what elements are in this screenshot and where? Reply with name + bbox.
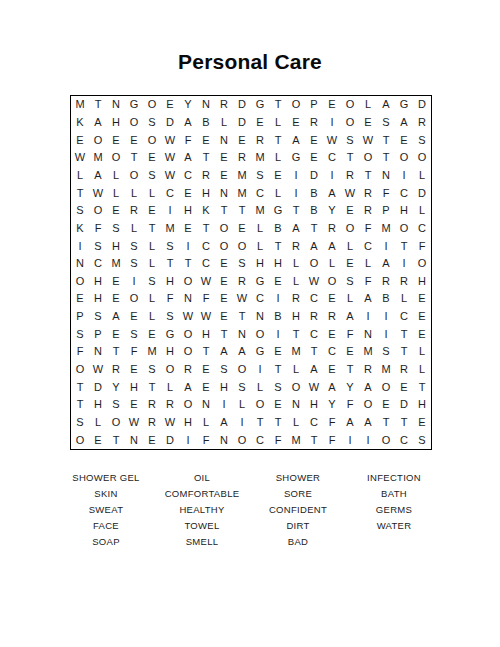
grid-cell: Y bbox=[341, 378, 359, 396]
grid-cell: S bbox=[377, 114, 395, 132]
grid-cell: H bbox=[413, 272, 431, 290]
word-item: INFECTION bbox=[346, 470, 442, 486]
grid-cell: W bbox=[161, 149, 179, 167]
grid-cell: A bbox=[359, 378, 377, 396]
grid-cell: I bbox=[269, 325, 287, 343]
grid-cell: B bbox=[269, 308, 287, 326]
grid-cell: N bbox=[377, 167, 395, 185]
grid-cell: E bbox=[125, 361, 143, 379]
grid-cell: A bbox=[89, 114, 107, 132]
grid-cell: S bbox=[233, 255, 251, 273]
grid-cell: H bbox=[197, 325, 215, 343]
grid-cell: L bbox=[413, 361, 431, 379]
grid-cell: S bbox=[215, 361, 233, 379]
grid-cell: N bbox=[287, 396, 305, 414]
grid-cell: N bbox=[251, 308, 269, 326]
grid-cell: L bbox=[287, 272, 305, 290]
grid-cell: L bbox=[143, 237, 161, 255]
grid-cell: H bbox=[107, 114, 125, 132]
grid-cell: T bbox=[287, 325, 305, 343]
grid-cell: T bbox=[269, 237, 287, 255]
grid-cell: O bbox=[179, 343, 197, 361]
grid-cell: L bbox=[287, 414, 305, 432]
grid-cell: I bbox=[377, 325, 395, 343]
grid-cell: O bbox=[125, 114, 143, 132]
word-item: FACE bbox=[58, 518, 154, 534]
grid-cell: I bbox=[179, 237, 197, 255]
grid-cell: S bbox=[107, 220, 125, 238]
grid-cell: W bbox=[89, 184, 107, 202]
grid-cell: T bbox=[107, 343, 125, 361]
grid-cell: D bbox=[233, 114, 251, 132]
grid-cell: C bbox=[161, 184, 179, 202]
word-item: SKIN bbox=[58, 486, 154, 502]
grid-cell: D bbox=[161, 114, 179, 132]
grid-cell: O bbox=[359, 149, 377, 167]
grid-cell: O bbox=[143, 96, 161, 114]
grid-cell: I bbox=[395, 255, 413, 273]
grid-cell: O bbox=[179, 272, 197, 290]
grid-cell: C bbox=[305, 290, 323, 308]
grid-cell: R bbox=[413, 114, 431, 132]
grid-cell: C bbox=[251, 290, 269, 308]
grid-cell: S bbox=[89, 308, 107, 326]
grid-cell: Y bbox=[107, 378, 125, 396]
grid-cell: E bbox=[179, 184, 197, 202]
grid-cell: G bbox=[161, 325, 179, 343]
grid-cell: A bbox=[323, 184, 341, 202]
grid-cell: I bbox=[179, 431, 197, 449]
word-item: SMELL bbox=[154, 534, 250, 550]
grid-cell: W bbox=[161, 131, 179, 149]
grid-cell: E bbox=[323, 290, 341, 308]
grid-cell: L bbox=[287, 255, 305, 273]
grid-cell: H bbox=[197, 184, 215, 202]
grid-cell: B bbox=[197, 114, 215, 132]
grid-cell: L bbox=[413, 167, 431, 185]
grid-cell: R bbox=[395, 361, 413, 379]
grid-cell: A bbox=[233, 343, 251, 361]
grid-cell: O bbox=[341, 114, 359, 132]
grid-cell: A bbox=[341, 308, 359, 326]
grid-cell: O bbox=[359, 396, 377, 414]
grid-cell: S bbox=[269, 378, 287, 396]
grid-cell: M bbox=[377, 220, 395, 238]
grid-cell: E bbox=[305, 131, 323, 149]
grid-cell: W bbox=[305, 378, 323, 396]
grid-cell: O bbox=[215, 220, 233, 238]
grid-cell: M bbox=[287, 343, 305, 361]
grid-cell: B bbox=[269, 220, 287, 238]
grid-cell: H bbox=[161, 272, 179, 290]
grid-cell: A bbox=[305, 361, 323, 379]
grid-cell: N bbox=[233, 325, 251, 343]
grid-cell: I bbox=[377, 308, 395, 326]
word-item: DIRT bbox=[250, 518, 346, 534]
grid-cell: S bbox=[143, 167, 161, 185]
grid-cell: A bbox=[377, 255, 395, 273]
grid-cell: T bbox=[269, 361, 287, 379]
grid-cell: W bbox=[125, 414, 143, 432]
grid-cell: T bbox=[269, 96, 287, 114]
grid-cell: A bbox=[323, 378, 341, 396]
grid-cell: T bbox=[233, 202, 251, 220]
grid-cell: O bbox=[107, 149, 125, 167]
grid-cell: I bbox=[359, 308, 377, 326]
grid-cell: S bbox=[71, 414, 89, 432]
grid-cell: O bbox=[323, 272, 341, 290]
grid-cell: W bbox=[179, 308, 197, 326]
grid-cell: S bbox=[341, 272, 359, 290]
grid-cell: L bbox=[233, 396, 251, 414]
word-list: SHOWER GELSKINSWEATFACESOAPOILCOMFORTABL… bbox=[58, 470, 442, 550]
grid-cell: T bbox=[71, 378, 89, 396]
grid-cell: L bbox=[323, 255, 341, 273]
grid-cell: N bbox=[359, 325, 377, 343]
word-list-column: INFECTIONBATHGERMSWATER bbox=[346, 470, 442, 550]
grid-cell: T bbox=[107, 431, 125, 449]
grid-cell: T bbox=[395, 237, 413, 255]
grid-cell: F bbox=[197, 290, 215, 308]
grid-cell: O bbox=[287, 378, 305, 396]
grid-cell: S bbox=[161, 237, 179, 255]
grid-cell: O bbox=[125, 167, 143, 185]
word-item: CONFIDENT bbox=[250, 502, 346, 518]
grid-cell: T bbox=[377, 131, 395, 149]
grid-cell: T bbox=[359, 167, 377, 185]
grid-cell: I bbox=[323, 167, 341, 185]
grid-cell: I bbox=[323, 114, 341, 132]
grid-cell: G bbox=[395, 96, 413, 114]
grid-cell: L bbox=[287, 361, 305, 379]
grid-cell: H bbox=[107, 237, 125, 255]
grid-cell: L bbox=[341, 237, 359, 255]
grid-cell: D bbox=[413, 184, 431, 202]
grid-cell: G bbox=[269, 202, 287, 220]
grid-cell: W bbox=[305, 272, 323, 290]
grid-cell: Y bbox=[323, 396, 341, 414]
grid-cell: L bbox=[359, 255, 377, 273]
grid-cell: D bbox=[305, 167, 323, 185]
grid-cell: F bbox=[89, 220, 107, 238]
grid-cell: I bbox=[71, 237, 89, 255]
grid-cell: W bbox=[89, 361, 107, 379]
grid-cell: O bbox=[287, 96, 305, 114]
grid-cell: T bbox=[233, 308, 251, 326]
grid-cell: D bbox=[233, 96, 251, 114]
grid-cell: F bbox=[125, 343, 143, 361]
grid-cell: T bbox=[179, 255, 197, 273]
grid-cell: O bbox=[161, 361, 179, 379]
grid-cell: S bbox=[341, 131, 359, 149]
grid-cell: H bbox=[161, 343, 179, 361]
grid-cell: T bbox=[377, 414, 395, 432]
grid-cell: R bbox=[161, 396, 179, 414]
grid-cell: T bbox=[305, 220, 323, 238]
grid-cell: E bbox=[215, 290, 233, 308]
grid-cell: E bbox=[269, 167, 287, 185]
word-item: SHOWER bbox=[250, 470, 346, 486]
grid-cell: A bbox=[377, 96, 395, 114]
grid-cell: M bbox=[143, 343, 161, 361]
grid-cell: F bbox=[413, 237, 431, 255]
grid-cell: L bbox=[251, 220, 269, 238]
grid-cell: E bbox=[413, 414, 431, 432]
grid-cell: N bbox=[197, 96, 215, 114]
grid-cell: R bbox=[143, 414, 161, 432]
grid-cell: L bbox=[341, 290, 359, 308]
grid-cell: W bbox=[161, 414, 179, 432]
grid-cell: E bbox=[377, 396, 395, 414]
grid-cell: G bbox=[251, 343, 269, 361]
grid-cell: L bbox=[107, 184, 125, 202]
grid-cell: B bbox=[305, 202, 323, 220]
grid-cell: F bbox=[359, 272, 377, 290]
grid-cell: O bbox=[413, 255, 431, 273]
grid-cell: O bbox=[107, 414, 125, 432]
grid-cell: R bbox=[305, 114, 323, 132]
grid-cell: T bbox=[287, 202, 305, 220]
letter-grid: MTNGOEYNRDGTOPEOLAGDKAHOSDABLDELERIOESAR… bbox=[70, 95, 432, 450]
grid-cell: O bbox=[251, 325, 269, 343]
grid-cell: E bbox=[341, 202, 359, 220]
grid-cell: S bbox=[71, 325, 89, 343]
grid-cell: P bbox=[377, 202, 395, 220]
grid-cell: L bbox=[161, 378, 179, 396]
grid-cell: O bbox=[341, 220, 359, 238]
grid-cell: C bbox=[89, 255, 107, 273]
grid-cell: F bbox=[323, 431, 341, 449]
grid-cell: L bbox=[197, 414, 215, 432]
grid-cell: S bbox=[125, 325, 143, 343]
grid-cell: A bbox=[395, 114, 413, 132]
grid-cell: A bbox=[179, 114, 197, 132]
grid-cell: E bbox=[125, 131, 143, 149]
grid-cell: H bbox=[395, 202, 413, 220]
grid-cell: I bbox=[287, 167, 305, 185]
grid-cell: N bbox=[215, 431, 233, 449]
grid-cell: T bbox=[197, 149, 215, 167]
grid-cell: W bbox=[161, 167, 179, 185]
grid-cell: C bbox=[197, 237, 215, 255]
grid-cell: M bbox=[107, 255, 125, 273]
grid-cell: I bbox=[215, 396, 233, 414]
grid-cell: F bbox=[269, 431, 287, 449]
grid-cell: O bbox=[377, 431, 395, 449]
grid-cell: E bbox=[395, 378, 413, 396]
grid-cell: E bbox=[269, 343, 287, 361]
grid-cell: S bbox=[377, 343, 395, 361]
grid-cell: N bbox=[197, 396, 215, 414]
grid-cell: A bbox=[359, 290, 377, 308]
grid-cell: S bbox=[161, 308, 179, 326]
grid-cell: E bbox=[323, 325, 341, 343]
grid-cell: E bbox=[341, 343, 359, 361]
grid-cell: O bbox=[233, 361, 251, 379]
grid-cell: T bbox=[305, 343, 323, 361]
grid-cell: H bbox=[413, 396, 431, 414]
grid-cell: S bbox=[413, 431, 431, 449]
grid-cell: E bbox=[233, 131, 251, 149]
grid-cell: T bbox=[215, 325, 233, 343]
grid-cell: L bbox=[359, 96, 377, 114]
grid-cell: E bbox=[269, 396, 287, 414]
grid-cell: G bbox=[251, 272, 269, 290]
grid-cell: E bbox=[269, 272, 287, 290]
grid-cell: C bbox=[305, 325, 323, 343]
grid-cell: C bbox=[395, 308, 413, 326]
grid-cell: R bbox=[143, 396, 161, 414]
grid-cell: L bbox=[269, 114, 287, 132]
grid-cell: T bbox=[395, 325, 413, 343]
grid-cell: H bbox=[287, 308, 305, 326]
grid-cell: R bbox=[125, 202, 143, 220]
grid-cell: E bbox=[179, 220, 197, 238]
grid-cell: M bbox=[71, 96, 89, 114]
grid-cell: A bbox=[287, 131, 305, 149]
grid-cell: H bbox=[179, 202, 197, 220]
grid-cell: E bbox=[233, 220, 251, 238]
grid-cell: W bbox=[359, 131, 377, 149]
grid-cell: L bbox=[143, 184, 161, 202]
puzzle-title: Personal Care bbox=[0, 50, 500, 74]
grid-cell: T bbox=[395, 414, 413, 432]
word-item: GERMS bbox=[346, 502, 442, 518]
word-list-column: SHOWER GELSKINSWEATFACESOAP bbox=[58, 470, 154, 550]
grid-cell: E bbox=[107, 290, 125, 308]
grid-cell: K bbox=[71, 220, 89, 238]
grid-cell: C bbox=[197, 255, 215, 273]
grid-cell: F bbox=[197, 431, 215, 449]
grid-cell: P bbox=[71, 308, 89, 326]
grid-cell: W bbox=[323, 131, 341, 149]
grid-cell: O bbox=[395, 149, 413, 167]
grid-cell: R bbox=[107, 361, 125, 379]
word-item: TOWEL bbox=[154, 518, 250, 534]
word-item: WATER bbox=[346, 518, 442, 534]
grid-cell: N bbox=[215, 184, 233, 202]
grid-cell: S bbox=[233, 378, 251, 396]
grid-cell: K bbox=[71, 114, 89, 132]
grid-cell: R bbox=[197, 167, 215, 185]
grid-cell: T bbox=[197, 343, 215, 361]
grid-cell: S bbox=[143, 361, 161, 379]
grid-cell: S bbox=[125, 255, 143, 273]
grid-cell: L bbox=[143, 290, 161, 308]
grid-cell: S bbox=[143, 114, 161, 132]
word-item: COMFORTABLE bbox=[154, 486, 250, 502]
grid-cell: W bbox=[341, 184, 359, 202]
grid-cell: S bbox=[143, 272, 161, 290]
grid-cell: N bbox=[107, 96, 125, 114]
grid-cell: O bbox=[395, 220, 413, 238]
grid-cell: M bbox=[251, 202, 269, 220]
word-list-column: SHOWERSORECONFIDENTDIRTBAD bbox=[250, 470, 346, 550]
grid-cell: R bbox=[287, 290, 305, 308]
grid-cell: H bbox=[89, 290, 107, 308]
word-item: SWEAT bbox=[58, 502, 154, 518]
word-item: SORE bbox=[250, 486, 346, 502]
grid-cell: A bbox=[341, 414, 359, 432]
grid-cell: L bbox=[413, 202, 431, 220]
grid-cell: O bbox=[413, 149, 431, 167]
grid-cell: H bbox=[89, 396, 107, 414]
grid-cell: W bbox=[71, 149, 89, 167]
grid-cell: D bbox=[161, 431, 179, 449]
grid-cell: R bbox=[323, 308, 341, 326]
grid-cell: E bbox=[305, 149, 323, 167]
grid-cell: R bbox=[215, 96, 233, 114]
grid-cell: O bbox=[71, 361, 89, 379]
grid-cell: C bbox=[305, 414, 323, 432]
grid-cell: S bbox=[107, 396, 125, 414]
grid-cell: W bbox=[197, 308, 215, 326]
grid-cell: T bbox=[269, 131, 287, 149]
grid-cell: E bbox=[215, 167, 233, 185]
grid-cell: R bbox=[341, 167, 359, 185]
grid-cell: M bbox=[359, 343, 377, 361]
grid-cell: L bbox=[89, 414, 107, 432]
grid-cell: C bbox=[359, 237, 377, 255]
grid-cell: H bbox=[269, 255, 287, 273]
grid-cell: E bbox=[107, 272, 125, 290]
grid-cell: A bbox=[107, 308, 125, 326]
grid-cell: H bbox=[179, 414, 197, 432]
grid-cell: E bbox=[323, 96, 341, 114]
grid-cell: L bbox=[143, 255, 161, 273]
grid-cell: E bbox=[107, 325, 125, 343]
word-item: OIL bbox=[154, 470, 250, 486]
grid-cell: R bbox=[179, 361, 197, 379]
grid-cell: E bbox=[89, 431, 107, 449]
grid-cell: M bbox=[287, 431, 305, 449]
grid-cell: Y bbox=[323, 202, 341, 220]
grid-cell: O bbox=[179, 396, 197, 414]
grid-cell: N bbox=[71, 255, 89, 273]
grid-cell: A bbox=[179, 378, 197, 396]
grid-cell: M bbox=[251, 149, 269, 167]
grid-cell: T bbox=[125, 149, 143, 167]
grid-cell: O bbox=[125, 290, 143, 308]
grid-cell: P bbox=[305, 96, 323, 114]
grid-cell: L bbox=[251, 237, 269, 255]
grid-cell: T bbox=[197, 220, 215, 238]
grid-cell: T bbox=[143, 220, 161, 238]
grid-cell: E bbox=[287, 114, 305, 132]
grid-cell: E bbox=[197, 378, 215, 396]
grid-cell: O bbox=[341, 96, 359, 114]
grid-cell: E bbox=[215, 308, 233, 326]
grid-cell: E bbox=[161, 96, 179, 114]
grid-cell: M bbox=[161, 220, 179, 238]
grid-cell: I bbox=[287, 184, 305, 202]
grid-cell: H bbox=[215, 378, 233, 396]
grid-cell: L bbox=[143, 308, 161, 326]
grid-cell: E bbox=[143, 325, 161, 343]
grid-cell: H bbox=[125, 378, 143, 396]
grid-cell: E bbox=[323, 361, 341, 379]
grid-cell: E bbox=[71, 131, 89, 149]
grid-cell: I bbox=[395, 167, 413, 185]
grid-cell: S bbox=[251, 167, 269, 185]
grid-cell: F bbox=[161, 290, 179, 308]
grid-cell: E bbox=[395, 131, 413, 149]
grid-cell: H bbox=[251, 255, 269, 273]
grid-cell: E bbox=[143, 431, 161, 449]
grid-cell: I bbox=[341, 431, 359, 449]
grid-cell: C bbox=[251, 184, 269, 202]
word-list-column: OILCOMFORTABLEHEALTHYTOWELSMELL bbox=[154, 470, 250, 550]
